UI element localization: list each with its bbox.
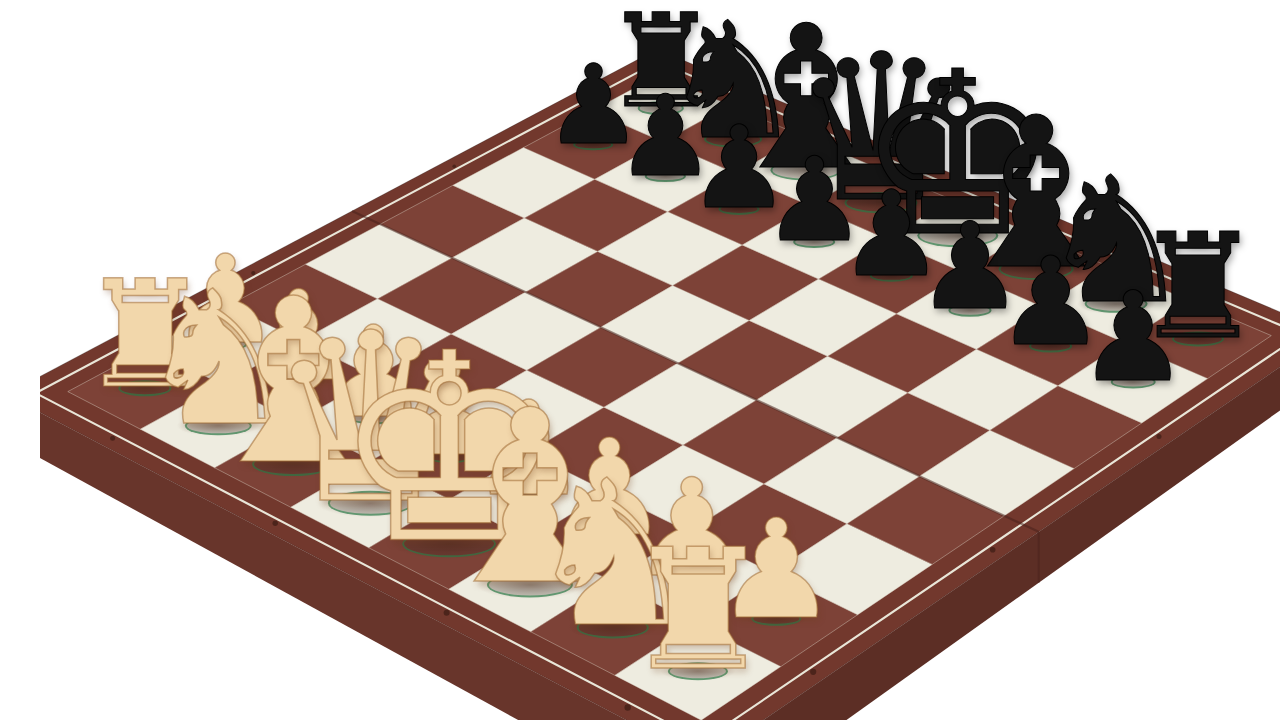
frame-screw bbox=[452, 164, 456, 168]
frame-screw bbox=[251, 271, 255, 275]
frame-screw bbox=[273, 521, 278, 526]
frame-screw bbox=[444, 610, 450, 616]
chess-board bbox=[40, 16, 1280, 720]
chess-set-photo: ♜♞♟♝♟♛♟♚♟♝♟♞♟♜♟♟♟♟♜♟♞♟♝♟♛♟♚♟♝♟♞♜ Angled … bbox=[40, 16, 1280, 720]
frame-screw bbox=[625, 704, 631, 710]
frame-screw bbox=[110, 436, 115, 441]
frame-screw bbox=[990, 547, 996, 553]
frame-screw bbox=[1157, 434, 1162, 439]
frame-screw bbox=[810, 669, 816, 675]
